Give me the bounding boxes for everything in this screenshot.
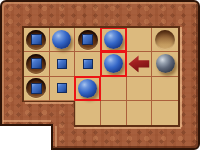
- cell-r2c4[interactable]: [127, 77, 153, 101]
- blue-ball[interactable]: [104, 30, 123, 49]
- cell-r3c3[interactable]: [101, 101, 127, 125]
- cell-r1c2[interactable]: [75, 52, 101, 76]
- blue-block-icon: [83, 59, 93, 69]
- left-arrow-icon[interactable]: [128, 55, 149, 72]
- blue-ball[interactable]: [78, 79, 97, 98]
- blue-ball[interactable]: [104, 54, 123, 73]
- cell-r2c3[interactable]: [101, 77, 127, 101]
- cell-r2c5[interactable]: [152, 77, 178, 101]
- cell-r1c1[interactable]: [50, 52, 76, 76]
- game-window: [0, 0, 200, 150]
- blue-block-icon: [31, 58, 42, 69]
- hole-icon: [78, 30, 98, 50]
- hole-icon: [26, 54, 46, 74]
- cell-r0c1[interactable]: [50, 28, 76, 52]
- cell-r0c4[interactable]: [127, 28, 153, 52]
- cell-r1c3[interactable]: [101, 52, 127, 76]
- cell-r3c5[interactable]: [152, 101, 178, 125]
- blue-ball[interactable]: [52, 30, 71, 49]
- cell-r3c2[interactable]: [75, 101, 101, 125]
- cell-r0c0[interactable]: [24, 28, 50, 52]
- blue-block-icon: [82, 34, 93, 45]
- cell-r1c4[interactable]: [127, 52, 153, 76]
- hole-icon: [26, 30, 46, 50]
- cell-r0c3[interactable]: [101, 28, 127, 52]
- cell-r1c5[interactable]: [152, 52, 178, 76]
- cell-r3c4[interactable]: [127, 101, 153, 125]
- cell-r2c0[interactable]: [24, 77, 50, 101]
- empty-hole-icon: [155, 30, 175, 50]
- blue-block-icon: [57, 83, 67, 93]
- cell-r0c2[interactable]: [75, 28, 101, 52]
- blue-block-icon: [57, 59, 67, 69]
- cell-r2c2[interactable]: [75, 77, 101, 101]
- frame-corner-notch: [0, 124, 53, 150]
- gray-ball[interactable]: [156, 54, 175, 73]
- blue-block-icon: [31, 34, 42, 45]
- cell-r2c1[interactable]: [50, 77, 76, 101]
- cell-r1c0[interactable]: [24, 52, 50, 76]
- cell-r0c5[interactable]: [152, 28, 178, 52]
- hole-icon: [26, 78, 46, 98]
- blue-block-icon: [31, 83, 42, 94]
